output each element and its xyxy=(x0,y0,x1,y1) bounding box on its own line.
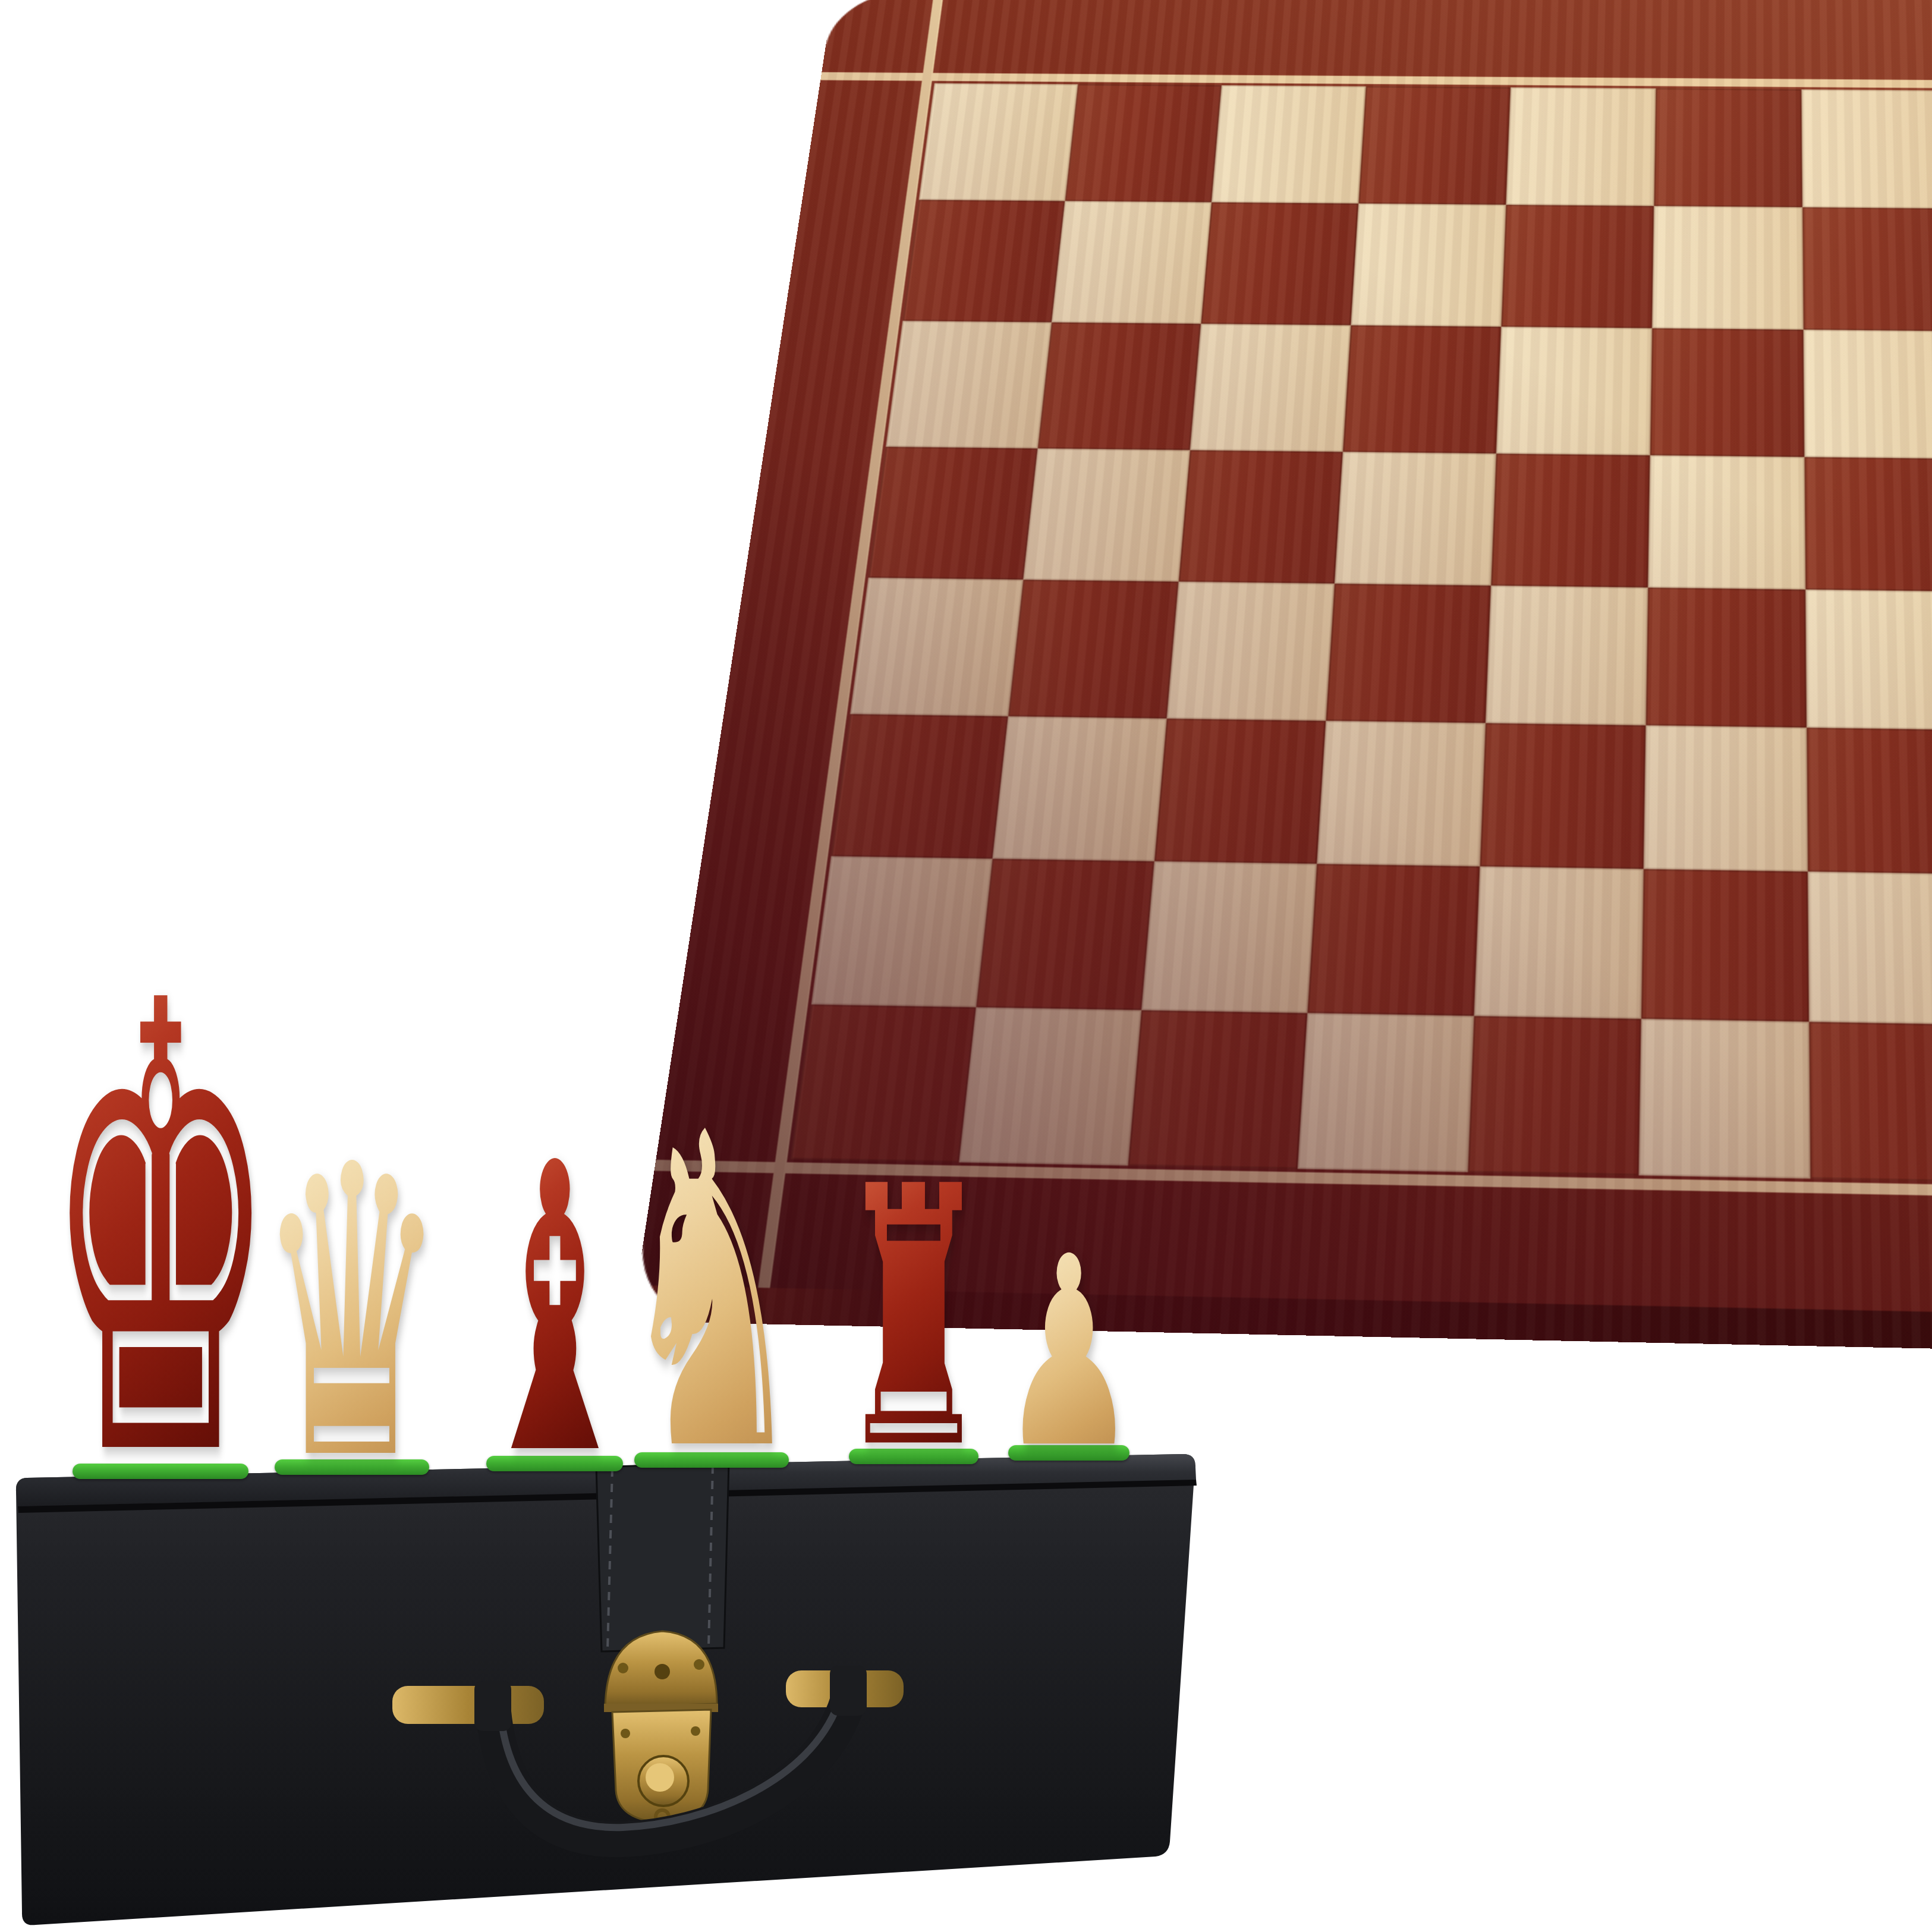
storage-case xyxy=(0,0,1932,1932)
chess-piece-rook[interactable]: ♜ xyxy=(840,1191,987,1458)
latch-rivet xyxy=(694,1659,704,1670)
bishop-glyph: ♝ xyxy=(471,1156,638,1466)
knight-glyph: ♞ xyxy=(616,1125,806,1462)
latch-rivet xyxy=(691,1726,700,1736)
chess-piece-queen[interactable]: ♛ xyxy=(263,1170,441,1470)
latch-keyhole-center xyxy=(655,1664,670,1679)
queen-glyph: ♛ xyxy=(257,1157,448,1471)
rook-glyph: ♜ xyxy=(837,1180,990,1458)
chess-piece-knight[interactable]: ♞ xyxy=(622,1138,801,1462)
latch-push-button-face xyxy=(646,1763,674,1792)
pawn-glyph: ♟ xyxy=(1000,1251,1138,1455)
product-photo-scene: ♚ ♛ ♝ ♞ ♜ ♟ xyxy=(0,0,1932,1932)
chess-piece-bishop[interactable]: ♝ xyxy=(476,1169,634,1466)
chess-piece-king[interactable]: ♚ xyxy=(59,1011,262,1474)
chess-piece-pawn[interactable]: ♟ xyxy=(1000,1259,1138,1455)
latch-rivet xyxy=(618,1663,628,1673)
handle-mount-left xyxy=(392,1686,544,1724)
latch-rivet xyxy=(621,1729,630,1738)
handle-wrap-left xyxy=(474,1681,511,1731)
king-glyph: ♚ xyxy=(44,992,277,1474)
handle-wrap-right xyxy=(830,1666,867,1716)
